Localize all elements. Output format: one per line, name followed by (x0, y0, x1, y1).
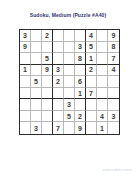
cell-r5c7 (86, 76, 97, 88)
cell-r5c2: 5 (31, 76, 42, 88)
cell-r4c5 (64, 65, 75, 77)
cell-r5c5 (64, 76, 75, 88)
cell-r3c3: 5 (42, 53, 53, 65)
cell-r8c8: 4 (97, 111, 108, 123)
cell-r9c4: 7 (53, 122, 64, 134)
cell-r9c3 (42, 122, 53, 134)
cell-r1c3: 2 (42, 30, 53, 42)
cell-r9c7 (86, 122, 97, 134)
cell-r8c5: 5 (64, 111, 75, 123)
cell-r7c3 (42, 99, 53, 111)
cell-r6c6: 1 (75, 88, 86, 100)
cell-r3c9: 7 (108, 53, 119, 65)
cell-r7c6 (75, 99, 86, 111)
cell-r1c6 (75, 30, 86, 42)
cell-r3c7: 1 (86, 53, 97, 65)
cell-r8c4 (53, 111, 64, 123)
cell-r7c9 (108, 99, 119, 111)
cell-r4c2 (31, 65, 42, 77)
cell-r1c5 (64, 30, 75, 42)
cell-r5c9 (108, 76, 119, 88)
cell-r6c4 (53, 88, 64, 100)
cell-r7c8 (97, 99, 108, 111)
cell-r4c8 (97, 65, 108, 77)
cell-r4c6 (75, 65, 86, 77)
cell-r5c4: 2 (53, 76, 64, 88)
cell-r8c7 (86, 111, 97, 123)
cell-r3c1 (20, 53, 31, 65)
cell-r3c4 (53, 53, 64, 65)
cell-r6c2 (31, 88, 42, 100)
cell-r2c5 (64, 42, 75, 54)
cell-r4c7: 2 (86, 65, 97, 77)
cell-r2c8 (97, 42, 108, 54)
cell-r3c6: 8 (75, 53, 86, 65)
cell-r3c2 (31, 53, 42, 65)
cell-r1c7: 4 (86, 30, 97, 42)
cell-r2c7: 5 (86, 42, 97, 54)
cell-r3c8 (97, 53, 108, 65)
cell-r9c8: 1 (97, 122, 108, 134)
cell-r8c2 (31, 111, 42, 123)
cell-r2c2 (31, 42, 42, 54)
sudoku-board: 3249935858171932452617352433791 (19, 29, 120, 135)
puzzle-title: Sudoku, Medium (Puzzle #A40) (0, 12, 136, 18)
cell-r7c1 (20, 99, 31, 111)
cell-r2c6: 3 (75, 42, 86, 54)
cell-r4c4: 3 (53, 65, 64, 77)
cell-r6c7: 7 (86, 88, 97, 100)
cell-r9c1 (20, 122, 31, 134)
cell-r6c3 (42, 88, 53, 100)
cell-r1c9: 9 (108, 30, 119, 42)
cell-r8c1 (20, 111, 31, 123)
cell-r6c8 (97, 88, 108, 100)
cell-r7c4 (53, 99, 64, 111)
cell-r4c3: 9 (42, 65, 53, 77)
footer-url: www.sudoku.name (103, 168, 132, 172)
cell-r8c6: 2 (75, 111, 86, 123)
cell-r9c2: 3 (31, 122, 42, 134)
cell-r5c3 (42, 76, 53, 88)
cell-r2c3 (42, 42, 53, 54)
cell-r7c5: 3 (64, 99, 75, 111)
cell-r5c6: 6 (75, 76, 86, 88)
cell-r1c4 (53, 30, 64, 42)
cell-r9c9 (108, 122, 119, 134)
cell-r7c7 (86, 99, 97, 111)
cell-r5c8 (97, 76, 108, 88)
cell-r8c9: 3 (108, 111, 119, 123)
cell-r2c1: 9 (20, 42, 31, 54)
cell-r7c2 (31, 99, 42, 111)
cell-r4c1: 1 (20, 65, 31, 77)
cell-r3c5 (64, 53, 75, 65)
cell-r6c9 (108, 88, 119, 100)
cell-r5c1 (20, 76, 31, 88)
cell-r1c8 (97, 30, 108, 42)
cell-r1c1: 3 (20, 30, 31, 42)
cell-r9c6: 9 (75, 122, 86, 134)
cell-r6c5 (64, 88, 75, 100)
cell-r2c9: 8 (108, 42, 119, 54)
sudoku-page: Sudoku, Medium (Puzzle #A40) 32499358581… (0, 0, 136, 176)
cell-r2c4 (53, 42, 64, 54)
cell-r6c1 (20, 88, 31, 100)
cell-r9c5 (64, 122, 75, 134)
cell-r1c2 (31, 30, 42, 42)
cell-r4c9: 4 (108, 65, 119, 77)
cell-r8c3 (42, 111, 53, 123)
